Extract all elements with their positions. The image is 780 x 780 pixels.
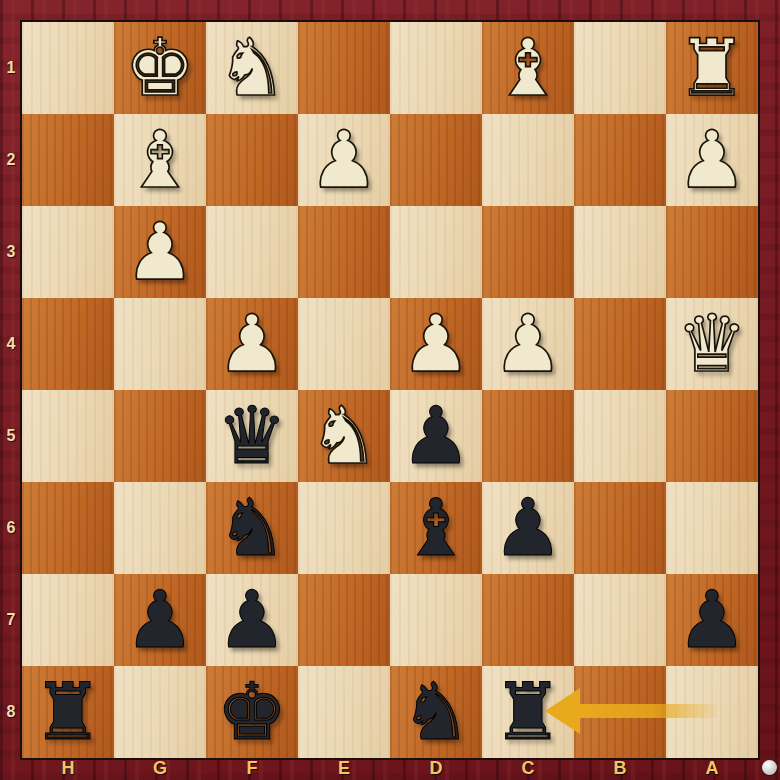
square-h4[interactable] [22,298,114,390]
black-rook[interactable]: ♜ [33,666,104,758]
white-pawn[interactable]: ♟ [677,114,748,206]
square-e6[interactable] [298,482,390,574]
square-c2[interactable] [482,114,574,206]
square-f5[interactable]: ♛ [206,390,298,482]
file-label-g: G [114,756,206,780]
square-f2[interactable] [206,114,298,206]
black-pawn[interactable]: ♟ [217,574,288,666]
square-b6[interactable] [574,482,666,574]
black-bishop[interactable]: ♝ [401,482,472,574]
black-knight[interactable]: ♞ [217,482,288,574]
square-h8[interactable]: ♜ [22,666,114,758]
white-king[interactable]: ♚ [125,22,196,114]
file-label-a: A [666,756,758,780]
white-pawn[interactable]: ♟ [493,298,564,390]
square-e3[interactable] [298,206,390,298]
white-bishop[interactable]: ♝ [493,22,564,114]
square-g1[interactable]: ♚ [114,22,206,114]
rank-label-4: 4 [0,298,22,390]
square-e2[interactable]: ♟ [298,114,390,206]
square-b4[interactable] [574,298,666,390]
square-b7[interactable] [574,574,666,666]
black-pawn[interactable]: ♟ [125,574,196,666]
square-g6[interactable] [114,482,206,574]
black-knight[interactable]: ♞ [401,666,472,758]
white-pawn[interactable]: ♟ [125,206,196,298]
white-pawn[interactable]: ♟ [309,114,380,206]
rank-label-6: 6 [0,482,22,574]
square-a3[interactable] [666,206,758,298]
black-pawn[interactable]: ♟ [677,574,748,666]
square-e8[interactable] [298,666,390,758]
file-label-c: C [482,756,574,780]
square-e4[interactable] [298,298,390,390]
square-a8[interactable] [666,666,758,758]
square-f1[interactable]: ♞ [206,22,298,114]
rank-label-5: 5 [0,390,22,482]
rank-label-7: 7 [0,574,22,666]
white-rook[interactable]: ♜ [677,22,748,114]
square-g2[interactable]: ♝ [114,114,206,206]
square-h6[interactable] [22,482,114,574]
white-queen[interactable]: ♛ [677,298,748,390]
file-label-f: F [206,756,298,780]
white-bishop[interactable]: ♝ [125,114,196,206]
square-d7[interactable] [390,574,482,666]
square-a1[interactable]: ♜ [666,22,758,114]
file-label-b: B [574,756,666,780]
file-label-e: E [298,756,390,780]
square-c4[interactable]: ♟ [482,298,574,390]
square-b3[interactable] [574,206,666,298]
black-pawn[interactable]: ♟ [401,390,472,482]
file-label-d: D [390,756,482,780]
square-d3[interactable] [390,206,482,298]
square-b5[interactable] [574,390,666,482]
square-f3[interactable] [206,206,298,298]
square-d5[interactable]: ♟ [390,390,482,482]
square-d8[interactable]: ♞ [390,666,482,758]
square-b2[interactable] [574,114,666,206]
corner-ball-icon [762,760,777,775]
black-king[interactable]: ♚ [217,666,288,758]
chess-board: ♚♞♝♜♝♟♟♟♟♟♟♛♛♞♟♞♝♟♟♟♟♜♚♞♜ [22,22,758,758]
white-knight[interactable]: ♞ [309,390,380,482]
square-h5[interactable] [22,390,114,482]
square-d6[interactable]: ♝ [390,482,482,574]
rank-label-3: 3 [0,206,22,298]
square-f4[interactable]: ♟ [206,298,298,390]
chess-board-frame: ♚♞♝♜♝♟♟♟♟♟♟♛♛♞♟♞♝♟♟♟♟♜♚♞♜ 12345678 HGFED… [0,0,780,780]
square-c7[interactable] [482,574,574,666]
square-d2[interactable] [390,114,482,206]
square-e7[interactable] [298,574,390,666]
black-pawn[interactable]: ♟ [493,482,564,574]
rank-label-8: 8 [0,666,22,758]
square-c8[interactable]: ♜ [482,666,574,758]
square-g7[interactable]: ♟ [114,574,206,666]
square-g8[interactable] [114,666,206,758]
square-c6[interactable]: ♟ [482,482,574,574]
square-a4[interactable]: ♛ [666,298,758,390]
square-h1[interactable] [22,22,114,114]
square-a5[interactable] [666,390,758,482]
square-h3[interactable] [22,206,114,298]
rank-label-1: 1 [0,22,22,114]
square-d4[interactable]: ♟ [390,298,482,390]
black-queen[interactable]: ♛ [217,390,288,482]
square-f6[interactable]: ♞ [206,482,298,574]
square-a2[interactable]: ♟ [666,114,758,206]
white-pawn[interactable]: ♟ [401,298,472,390]
rank-label-2: 2 [0,114,22,206]
square-b8[interactable] [574,666,666,758]
black-rook[interactable]: ♜ [493,666,564,758]
square-g4[interactable] [114,298,206,390]
square-g5[interactable] [114,390,206,482]
file-label-h: H [22,756,114,780]
square-f7[interactable]: ♟ [206,574,298,666]
square-c1[interactable]: ♝ [482,22,574,114]
white-pawn[interactable]: ♟ [217,298,288,390]
square-c5[interactable] [482,390,574,482]
square-e1[interactable] [298,22,390,114]
square-a6[interactable] [666,482,758,574]
square-d1[interactable] [390,22,482,114]
square-c3[interactable] [482,206,574,298]
square-e5[interactable]: ♞ [298,390,390,482]
square-b1[interactable] [574,22,666,114]
square-g3[interactable]: ♟ [114,206,206,298]
square-f8[interactable]: ♚ [206,666,298,758]
white-knight[interactable]: ♞ [217,22,288,114]
square-h2[interactable] [22,114,114,206]
square-h7[interactable] [22,574,114,666]
square-a7[interactable]: ♟ [666,574,758,666]
